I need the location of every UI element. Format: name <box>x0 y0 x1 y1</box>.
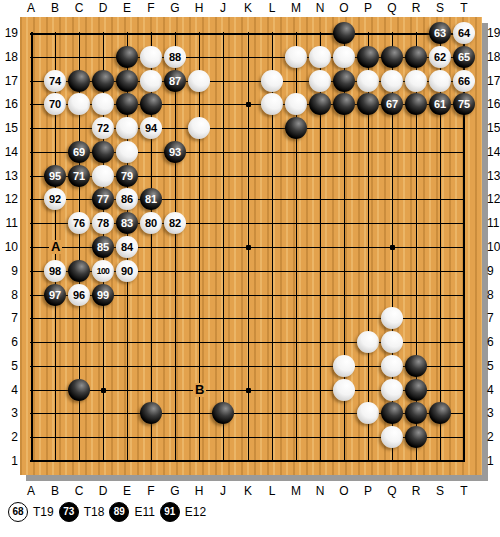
stone-p6[interactable] <box>357 331 379 353</box>
stone-p3[interactable] <box>357 402 379 424</box>
coordinate-top-r: R <box>408 1 424 15</box>
stone-r16[interactable] <box>405 93 427 115</box>
coordinate-right-8: 8 <box>487 288 500 302</box>
coordinate-top-t: T <box>456 1 472 15</box>
coordinate-top-b: B <box>47 1 63 15</box>
stone-number: 100 <box>97 267 110 276</box>
stone-d16[interactable] <box>92 93 114 115</box>
stone-c11[interactable]: 76 <box>68 212 90 234</box>
stone-q7[interactable] <box>381 307 403 329</box>
stone-g11[interactable]: 82 <box>164 212 186 234</box>
coordinate-bottom-l: L <box>264 484 280 498</box>
stone-number: 66 <box>458 76 470 87</box>
coordinate-bottom-d: D <box>95 484 111 498</box>
stone-number: 99 <box>97 290 109 301</box>
coordinate-right-15: 15 <box>487 121 500 135</box>
coordinate-right-11: 11 <box>487 216 500 230</box>
stone-s16[interactable]: 61 <box>429 93 451 115</box>
stone-q17[interactable] <box>381 70 403 92</box>
stone-number: 78 <box>97 218 109 229</box>
stone-o4[interactable] <box>333 379 355 401</box>
stone-b8[interactable]: 97 <box>44 284 66 306</box>
stone-number: 77 <box>97 194 109 205</box>
coordinate-top-h: H <box>191 1 207 15</box>
stone-l17[interactable] <box>261 70 283 92</box>
stone-b12[interactable]: 92 <box>44 188 66 210</box>
coordinate-right-10: 10 <box>487 240 500 254</box>
stone-b9[interactable]: 98 <box>44 260 66 282</box>
stone-b16[interactable]: 70 <box>44 93 66 115</box>
coordinate-right-12: 12 <box>487 192 500 206</box>
coordinate-top-c: C <box>71 1 87 15</box>
coordinate-top-p: P <box>360 1 376 15</box>
coordinate-bottom-h: H <box>191 484 207 498</box>
coordinate-left-4: 4 <box>0 383 18 397</box>
coordinate-top-j: J <box>215 1 231 15</box>
stone-j3[interactable] <box>212 402 234 424</box>
stone-e13[interactable]: 79 <box>116 165 138 187</box>
stone-number: 92 <box>49 194 61 205</box>
stone-d17[interactable] <box>92 70 114 92</box>
stone-d9[interactable]: 100 <box>92 260 114 282</box>
coordinate-right-9: 9 <box>487 264 500 278</box>
caption-point-t19: T19 <box>33 505 54 519</box>
coordinate-right-13: 13 <box>487 169 500 183</box>
stone-b13[interactable]: 95 <box>44 165 66 187</box>
stone-e18[interactable] <box>116 46 138 68</box>
star-point <box>101 388 106 393</box>
grid-line-horizontal <box>30 33 465 35</box>
stone-p18[interactable] <box>357 46 379 68</box>
stone-n17[interactable] <box>309 70 331 92</box>
coordinate-left-13: 13 <box>0 169 18 183</box>
stone-f18[interactable] <box>140 46 162 68</box>
stone-h17[interactable] <box>188 70 210 92</box>
stone-o5[interactable] <box>333 355 355 377</box>
stone-number: 65 <box>458 52 470 63</box>
stone-c4[interactable] <box>68 379 90 401</box>
coordinate-right-5: 5 <box>487 359 500 373</box>
coordinate-left-10: 10 <box>0 240 18 254</box>
coordinate-top-l: L <box>264 1 280 15</box>
coordinate-bottom-j: J <box>215 484 231 498</box>
stone-e17[interactable] <box>116 70 138 92</box>
coordinate-top-k: K <box>240 1 256 15</box>
stone-f16[interactable] <box>140 93 162 115</box>
stone-q6[interactable] <box>381 331 403 353</box>
coordinate-right-17: 17 <box>487 74 500 88</box>
coordinate-right-3: 3 <box>487 406 500 420</box>
coordinate-right-16: 16 <box>487 97 500 111</box>
stone-t16[interactable]: 75 <box>453 93 475 115</box>
stone-d13[interactable] <box>92 165 114 187</box>
star-point <box>246 388 251 393</box>
stone-f17[interactable] <box>140 70 162 92</box>
stone-s19[interactable]: 63 <box>429 22 451 44</box>
coordinate-right-6: 6 <box>487 335 500 349</box>
stone-q3[interactable] <box>381 402 403 424</box>
stone-e11[interactable]: 83 <box>116 212 138 234</box>
stone-number: 82 <box>169 218 181 229</box>
stone-s3[interactable] <box>429 402 451 424</box>
stone-r18[interactable] <box>405 46 427 68</box>
stone-c17[interactable] <box>68 70 90 92</box>
coordinate-left-12: 12 <box>0 192 18 206</box>
coordinate-left-1: 1 <box>0 454 18 468</box>
stone-l16[interactable] <box>261 93 283 115</box>
coordinate-right-19: 19 <box>487 26 500 40</box>
stone-r5[interactable] <box>405 355 427 377</box>
stone-m15[interactable] <box>285 117 307 139</box>
coordinate-right-2: 2 <box>487 430 500 444</box>
stone-d15[interactable]: 72 <box>92 117 114 139</box>
caption-point-e11: E11 <box>134 505 154 519</box>
coordinate-bottom-c: C <box>71 484 87 498</box>
stone-h15[interactable] <box>188 117 210 139</box>
stone-p17[interactable] <box>357 70 379 92</box>
stone-e14[interactable] <box>116 141 138 163</box>
stone-number: 95 <box>49 171 61 182</box>
stone-number: 80 <box>145 218 157 229</box>
stone-number: 85 <box>97 242 109 253</box>
coordinate-bottom-o: O <box>336 484 352 498</box>
stone-o16[interactable] <box>333 93 355 115</box>
stone-q16[interactable]: 67 <box>381 93 403 115</box>
coordinate-left-8: 8 <box>0 288 18 302</box>
point-label-a: A <box>49 240 62 254</box>
coordinate-top-n: N <box>312 1 328 15</box>
coordinate-top-e: E <box>119 1 135 15</box>
stone-g17[interactable]: 87 <box>164 70 186 92</box>
stone-number: 74 <box>49 76 61 87</box>
coordinate-top-o: O <box>336 1 352 15</box>
stone-f3[interactable] <box>140 402 162 424</box>
stone-o18[interactable] <box>333 46 355 68</box>
star-point <box>246 245 251 250</box>
stone-q2[interactable] <box>381 426 403 448</box>
coordinate-left-6: 6 <box>0 335 18 349</box>
stone-number: 86 <box>121 194 133 205</box>
coordinate-bottom-p: P <box>360 484 376 498</box>
coordinate-bottom-g: G <box>167 484 183 498</box>
stone-f12[interactable]: 81 <box>140 188 162 210</box>
coordinate-right-14: 14 <box>487 145 500 159</box>
stone-m16[interactable] <box>285 93 307 115</box>
stone-d11[interactable]: 78 <box>92 212 114 234</box>
coordinate-right-18: 18 <box>487 50 500 64</box>
stone-c14[interactable]: 69 <box>68 141 90 163</box>
stone-n16[interactable] <box>309 93 331 115</box>
stone-number: 96 <box>73 290 85 301</box>
stone-number: 70 <box>49 99 61 110</box>
coordinate-top-m: M <box>288 1 304 15</box>
stone-t19[interactable]: 64 <box>453 22 475 44</box>
coordinate-top-a: A <box>23 1 39 15</box>
coordinate-right-1: 1 <box>487 454 500 468</box>
stone-s17[interactable] <box>429 70 451 92</box>
stone-number: 79 <box>121 171 133 182</box>
coordinate-top-d: D <box>95 1 111 15</box>
stone-c13[interactable]: 71 <box>68 165 90 187</box>
coordinate-left-5: 5 <box>0 359 18 373</box>
coordinate-left-7: 7 <box>0 311 18 325</box>
coordinate-bottom-t: T <box>456 484 472 498</box>
stone-t18[interactable]: 65 <box>453 46 475 68</box>
stone-g14[interactable]: 93 <box>164 141 186 163</box>
coordinate-top-f: F <box>143 1 159 15</box>
stone-m18[interactable] <box>285 46 307 68</box>
stone-r2[interactable] <box>405 426 427 448</box>
stone-c8[interactable]: 96 <box>68 284 90 306</box>
stone-s18[interactable]: 62 <box>429 46 451 68</box>
stone-f15[interactable]: 94 <box>140 117 162 139</box>
stone-number: 88 <box>169 52 181 63</box>
point-label-b: B <box>193 383 206 397</box>
stone-number: 97 <box>49 290 61 301</box>
coordinate-left-14: 14 <box>0 145 18 159</box>
coordinate-right-4: 4 <box>487 383 500 397</box>
stone-e9[interactable]: 90 <box>116 260 138 282</box>
stone-e10[interactable]: 84 <box>116 236 138 258</box>
caption-stone-73: 73 <box>59 502 79 522</box>
stone-number: 67 <box>386 99 398 110</box>
stone-r3[interactable] <box>405 402 427 424</box>
stone-number: 81 <box>145 194 157 205</box>
coordinate-left-9: 9 <box>0 264 18 278</box>
coordinate-bottom-r: R <box>408 484 424 498</box>
stone-number: 63 <box>434 28 446 39</box>
stone-number: 90 <box>121 266 133 277</box>
coordinate-left-15: 15 <box>0 121 18 135</box>
stone-p16[interactable] <box>357 93 379 115</box>
coordinate-bottom-a: A <box>23 484 39 498</box>
coordinate-left-16: 16 <box>0 97 18 111</box>
stone-number: 62 <box>434 52 446 63</box>
stone-number: 75 <box>458 99 470 110</box>
stone-number: 69 <box>73 147 85 158</box>
stone-c16[interactable] <box>68 93 90 115</box>
coordinate-bottom-q: Q <box>384 484 400 498</box>
coordinate-bottom-s: S <box>432 484 448 498</box>
stone-d10[interactable]: 85 <box>92 236 114 258</box>
stone-e15[interactable] <box>116 117 138 139</box>
coordinate-left-18: 18 <box>0 50 18 64</box>
stone-r4[interactable] <box>405 379 427 401</box>
coordinate-bottom-n: N <box>312 484 328 498</box>
stone-number: 84 <box>121 242 133 253</box>
coordinate-top-q: Q <box>384 1 400 15</box>
star-point <box>390 245 395 250</box>
stone-t17[interactable]: 66 <box>453 70 475 92</box>
stone-number: 93 <box>169 147 181 158</box>
caption-point-t18: T18 <box>84 505 105 519</box>
stone-n18[interactable] <box>309 46 331 68</box>
coordinate-left-19: 19 <box>0 26 18 40</box>
stone-number: 87 <box>169 76 181 87</box>
coordinate-top-g: G <box>167 1 183 15</box>
stone-r17[interactable] <box>405 70 427 92</box>
stone-number: 83 <box>121 218 133 229</box>
coordinate-bottom-e: E <box>119 484 135 498</box>
stone-e12[interactable]: 86 <box>116 188 138 210</box>
stone-d14[interactable] <box>92 141 114 163</box>
go-board[interactable]: 6364886265748766706761757294699395717992… <box>20 17 482 475</box>
coordinate-left-17: 17 <box>0 74 18 88</box>
coordinate-bottom-k: K <box>240 484 256 498</box>
stone-q4[interactable] <box>381 379 403 401</box>
stone-f11[interactable]: 80 <box>140 212 162 234</box>
stone-q18[interactable] <box>381 46 403 68</box>
stone-number: 61 <box>434 99 446 110</box>
go-diagram-window: 6364886265748766706761757294699395717992… <box>0 0 500 537</box>
coordinate-left-11: 11 <box>0 216 18 230</box>
stone-number: 71 <box>73 171 85 182</box>
stone-q5[interactable] <box>381 355 403 377</box>
move-caption: 68T1973T1889E1191E12 <box>8 501 206 523</box>
stone-e16[interactable] <box>116 93 138 115</box>
coordinate-bottom-f: F <box>143 484 159 498</box>
caption-point-e12: E12 <box>185 505 206 519</box>
stone-o19[interactable] <box>333 22 355 44</box>
stone-number: 64 <box>458 28 470 39</box>
stone-number: 76 <box>73 218 85 229</box>
caption-stone-89: 89 <box>109 502 129 522</box>
stone-o17[interactable] <box>333 70 355 92</box>
coordinate-bottom-b: B <box>47 484 63 498</box>
stone-d12[interactable]: 77 <box>92 188 114 210</box>
coordinate-bottom-m: M <box>288 484 304 498</box>
coordinate-top-s: S <box>432 1 448 15</box>
coordinate-left-2: 2 <box>0 430 18 444</box>
coordinate-left-3: 3 <box>0 406 18 420</box>
stone-g18[interactable]: 88 <box>164 46 186 68</box>
stone-number: 72 <box>97 123 109 134</box>
star-point <box>246 102 251 107</box>
grid-line-horizontal <box>30 460 465 462</box>
coordinate-right-7: 7 <box>487 311 500 325</box>
stone-number: 94 <box>145 123 157 134</box>
stone-b17[interactable]: 74 <box>44 70 66 92</box>
caption-stone-91: 91 <box>160 502 180 522</box>
stone-d8[interactable]: 99 <box>92 284 114 306</box>
stone-number: 98 <box>49 266 61 277</box>
stone-c9[interactable] <box>68 260 90 282</box>
caption-stone-68: 68 <box>8 502 28 522</box>
